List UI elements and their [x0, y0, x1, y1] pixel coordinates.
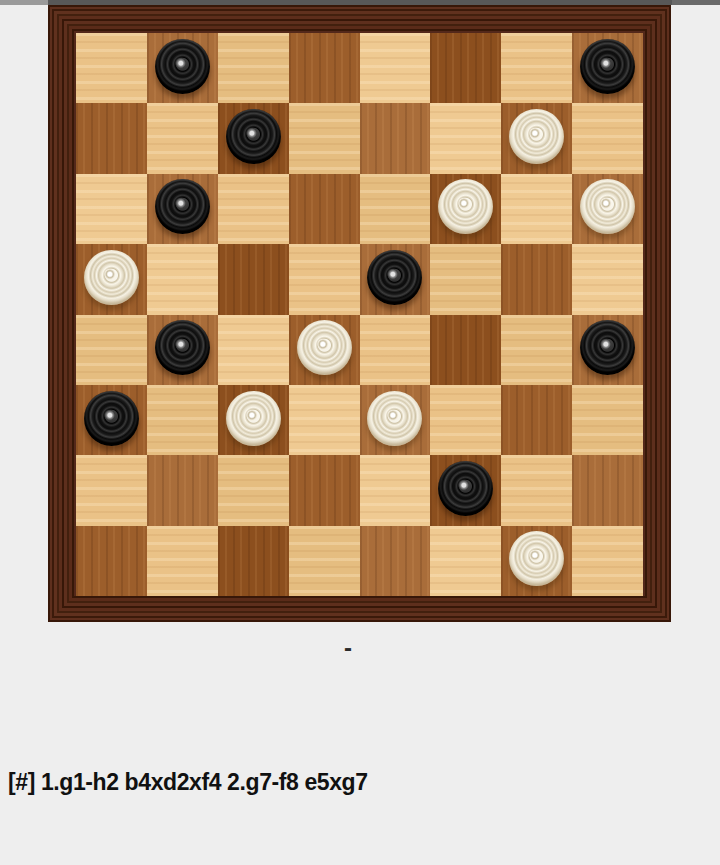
black-piece-c7[interactable]	[226, 109, 281, 164]
black-piece-b4[interactable]	[155, 320, 210, 375]
white-piece-g1[interactable]	[509, 531, 564, 586]
square-b7[interactable]	[147, 103, 218, 173]
square-c3[interactable]	[218, 385, 289, 455]
square-b6[interactable]	[147, 174, 218, 244]
white-piece-d4[interactable]	[297, 320, 352, 375]
square-f7[interactable]	[430, 103, 501, 173]
square-e3[interactable]	[360, 385, 431, 455]
white-piece-c3[interactable]	[226, 391, 281, 446]
square-d1[interactable]	[289, 526, 360, 596]
black-piece-h4[interactable]	[580, 320, 635, 375]
square-g1[interactable]	[501, 526, 572, 596]
square-c8[interactable]	[218, 33, 289, 103]
square-d8[interactable]	[289, 33, 360, 103]
square-a6[interactable]	[76, 174, 147, 244]
checkers-board-frame	[48, 5, 671, 622]
square-f3[interactable]	[430, 385, 501, 455]
screenshot-root: - [#] 1.g1-h2 b4xd2xf4 2.g7-f8 e5xg7 [ 2…	[0, 0, 720, 865]
square-a3[interactable]	[76, 385, 147, 455]
square-g3[interactable]	[501, 385, 572, 455]
square-a2[interactable]	[76, 455, 147, 525]
square-e1[interactable]	[360, 526, 431, 596]
square-a1[interactable]	[76, 526, 147, 596]
black-piece-b8[interactable]	[155, 39, 210, 94]
square-b5[interactable]	[147, 244, 218, 314]
square-e2[interactable]	[360, 455, 431, 525]
square-e4[interactable]	[360, 315, 431, 385]
square-c2[interactable]	[218, 455, 289, 525]
square-f8[interactable]	[430, 33, 501, 103]
square-h5[interactable]	[572, 244, 643, 314]
square-a5[interactable]	[76, 244, 147, 314]
square-f6[interactable]	[430, 174, 501, 244]
square-h6[interactable]	[572, 174, 643, 244]
square-g6[interactable]	[501, 174, 572, 244]
square-h7[interactable]	[572, 103, 643, 173]
board-grid	[76, 33, 643, 596]
white-piece-h6[interactable]	[580, 179, 635, 234]
black-piece-b6[interactable]	[155, 179, 210, 234]
white-piece-e3[interactable]	[367, 391, 422, 446]
white-piece-f6[interactable]	[438, 179, 493, 234]
square-d6[interactable]	[289, 174, 360, 244]
square-a4[interactable]	[76, 315, 147, 385]
square-b8[interactable]	[147, 33, 218, 103]
square-e6[interactable]	[360, 174, 431, 244]
square-a7[interactable]	[76, 103, 147, 173]
square-c7[interactable]	[218, 103, 289, 173]
square-e7[interactable]	[360, 103, 431, 173]
square-f5[interactable]	[430, 244, 501, 314]
square-e8[interactable]	[360, 33, 431, 103]
square-a8[interactable]	[76, 33, 147, 103]
white-piece-g7[interactable]	[509, 109, 564, 164]
square-h3[interactable]	[572, 385, 643, 455]
square-g7[interactable]	[501, 103, 572, 173]
white-piece-a5[interactable]	[84, 250, 139, 305]
square-g2[interactable]	[501, 455, 572, 525]
square-g8[interactable]	[501, 33, 572, 103]
black-piece-a3[interactable]	[84, 391, 139, 446]
square-g4[interactable]	[501, 315, 572, 385]
square-b3[interactable]	[147, 385, 218, 455]
square-h2[interactable]	[572, 455, 643, 525]
square-c6[interactable]	[218, 174, 289, 244]
square-g5[interactable]	[501, 244, 572, 314]
square-h4[interactable]	[572, 315, 643, 385]
square-f2[interactable]	[430, 455, 501, 525]
black-piece-h8[interactable]	[580, 39, 635, 94]
move-line-1[interactable]: [#] 1.g1-h2 b4xd2xf4 2.g7-f8 e5xg7	[8, 766, 720, 799]
move-list: [#] 1.g1-h2 b4xd2xf4 2.g7-f8 e5xg7 [ 2..…	[0, 700, 720, 865]
square-c4[interactable]	[218, 315, 289, 385]
result-dash: -	[0, 634, 696, 662]
square-h8[interactable]	[572, 33, 643, 103]
square-d2[interactable]	[289, 455, 360, 525]
square-e5[interactable]	[360, 244, 431, 314]
black-piece-e5[interactable]	[367, 250, 422, 305]
square-b1[interactable]	[147, 526, 218, 596]
black-piece-f2[interactable]	[438, 461, 493, 516]
square-d3[interactable]	[289, 385, 360, 455]
square-f1[interactable]	[430, 526, 501, 596]
square-d7[interactable]	[289, 103, 360, 173]
square-d5[interactable]	[289, 244, 360, 314]
square-f4[interactable]	[430, 315, 501, 385]
square-c1[interactable]	[218, 526, 289, 596]
square-b4[interactable]	[147, 315, 218, 385]
square-b2[interactable]	[147, 455, 218, 525]
square-h1[interactable]	[572, 526, 643, 596]
square-c5[interactable]	[218, 244, 289, 314]
square-d4[interactable]	[289, 315, 360, 385]
